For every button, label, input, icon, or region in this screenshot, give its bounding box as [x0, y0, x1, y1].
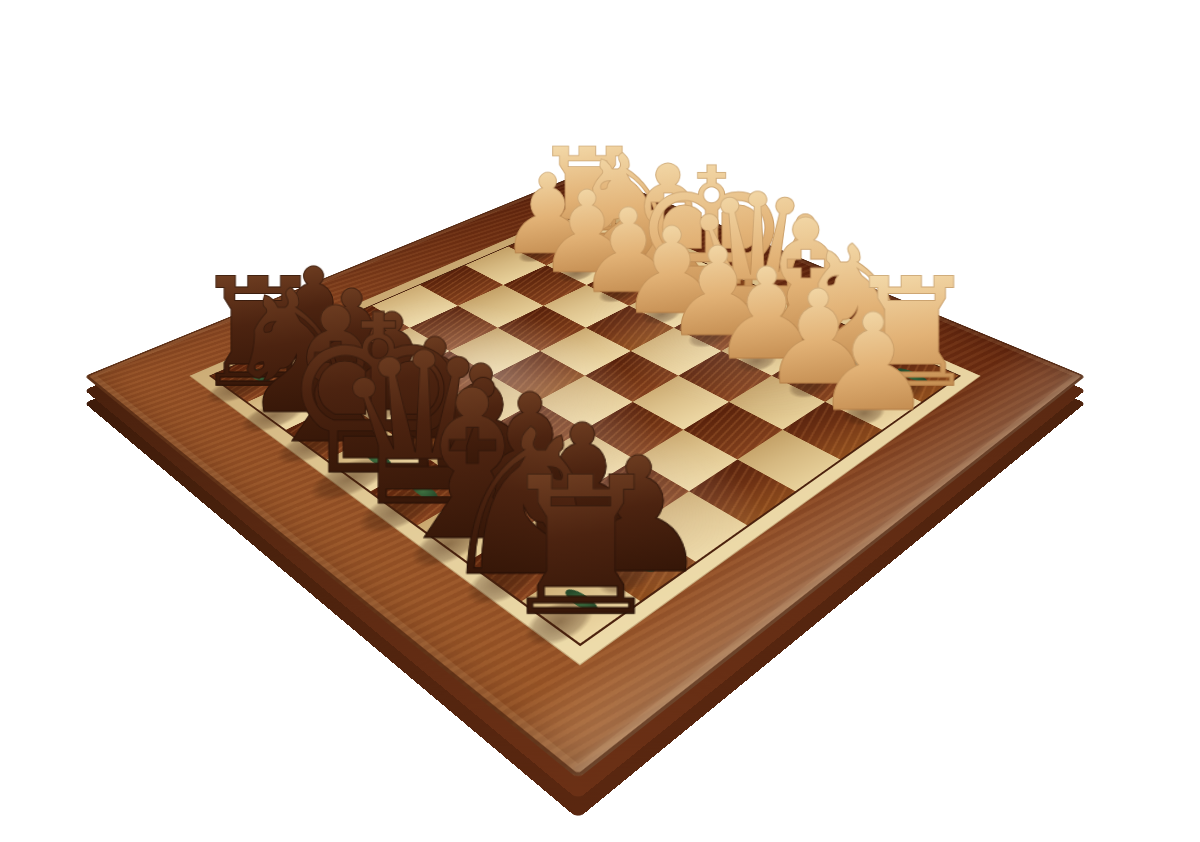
chessboard: ♜♞♝♛♚♝♞♜♟♟♟♟♟♟♟♟♟♟♟♟♟♟♟♟♜♞♝♛♚♝♞♜ — [84, 170, 1085, 779]
chess-set-photo: ♜♞♝♛♚♝♞♜♟♟♟♟♟♟♟♟♟♟♟♟♟♟♟♟♜♞♝♛♚♝♞♜ — [0, 0, 1200, 842]
pieces-layer: ♜♞♝♛♚♝♞♜♟♟♟♟♟♟♟♟♟♟♟♟♟♟♟♟♜♞♝♛♚♝♞♜ — [84, 170, 1085, 779]
